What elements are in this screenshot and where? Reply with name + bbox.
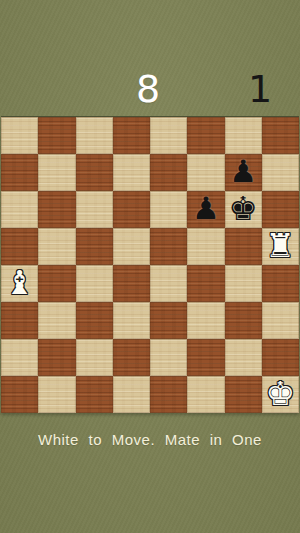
square-e6[interactable] [150,191,187,228]
square-b8[interactable] [38,117,75,154]
black-counter: 1 [242,70,278,108]
square-b3[interactable] [38,302,75,339]
square-f5[interactable] [187,228,224,265]
square-a8[interactable] [1,117,38,154]
white-king[interactable]: ♚ [266,377,296,410]
square-c1[interactable] [76,376,113,413]
square-a1[interactable] [1,376,38,413]
square-g5[interactable] [225,228,262,265]
square-c6[interactable] [76,191,113,228]
square-d7[interactable] [113,154,150,191]
square-h6[interactable] [262,191,299,228]
square-f4[interactable] [187,265,224,302]
black-pawn[interactable]: ♟ [229,156,257,187]
square-d4[interactable] [113,265,150,302]
square-g8[interactable] [225,117,262,154]
square-e3[interactable] [150,302,187,339]
square-f3[interactable] [187,302,224,339]
square-b2[interactable] [38,339,75,376]
square-d3[interactable] [113,302,150,339]
square-h1[interactable]: ♚ [262,376,299,413]
square-d6[interactable] [113,191,150,228]
square-d2[interactable] [113,339,150,376]
square-c8[interactable] [76,117,113,154]
square-a5[interactable] [1,228,38,265]
white-counter: 8 [130,70,166,108]
square-h2[interactable] [262,339,299,376]
square-c2[interactable] [76,339,113,376]
square-c7[interactable] [76,154,113,191]
square-a4[interactable]: ♝ [1,265,38,302]
square-h4[interactable] [262,265,299,302]
square-c5[interactable] [76,228,113,265]
puzzle-instruction: White to Move. Mate in One [0,431,300,448]
black-king[interactable]: ♚ [228,192,258,225]
chess-board: ♟♟♚♜♝♚ [1,117,299,413]
square-a3[interactable] [1,302,38,339]
square-g3[interactable] [225,302,262,339]
square-e4[interactable] [150,265,187,302]
app-screen: 8 1 ♟♟♚♜♝♚ White to Move. Mate in One [0,0,300,533]
square-f7[interactable] [187,154,224,191]
square-d1[interactable] [113,376,150,413]
square-f8[interactable] [187,117,224,154]
square-e8[interactable] [150,117,187,154]
square-a2[interactable] [1,339,38,376]
square-e5[interactable] [150,228,187,265]
square-b7[interactable] [38,154,75,191]
square-g6[interactable]: ♚ [225,191,262,228]
square-b5[interactable] [38,228,75,265]
square-a6[interactable] [1,191,38,228]
square-d8[interactable] [113,117,150,154]
square-f2[interactable] [187,339,224,376]
square-g2[interactable] [225,339,262,376]
square-g4[interactable] [225,265,262,302]
square-h8[interactable] [262,117,299,154]
white-rook[interactable]: ♜ [266,229,296,262]
square-b4[interactable] [38,265,75,302]
square-d5[interactable] [113,228,150,265]
square-c4[interactable] [76,265,113,302]
square-e1[interactable] [150,376,187,413]
square-b6[interactable] [38,191,75,228]
square-g1[interactable] [225,376,262,413]
square-h7[interactable] [262,154,299,191]
square-h3[interactable] [262,302,299,339]
square-f6[interactable]: ♟ [187,191,224,228]
square-f1[interactable] [187,376,224,413]
square-e7[interactable] [150,154,187,191]
square-e2[interactable] [150,339,187,376]
square-c3[interactable] [76,302,113,339]
white-bishop[interactable]: ♝ [5,266,35,299]
square-a7[interactable] [1,154,38,191]
black-pawn[interactable]: ♟ [192,193,220,224]
square-g7[interactable]: ♟ [225,154,262,191]
square-h5[interactable]: ♜ [262,228,299,265]
square-b1[interactable] [38,376,75,413]
